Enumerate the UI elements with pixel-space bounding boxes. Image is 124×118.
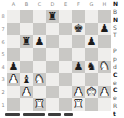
square-e6 xyxy=(59,35,72,48)
square-d8: ♜ xyxy=(46,10,59,23)
square-c5 xyxy=(33,48,46,61)
square-d1 xyxy=(46,98,59,111)
square-g3 xyxy=(85,73,98,86)
text-fragment-line: R xyxy=(113,102,124,110)
square-h3 xyxy=(98,73,111,86)
file-labels: ABCDEFGH xyxy=(7,0,111,9)
piece-white-rook: ♜ xyxy=(74,99,84,110)
square-d6 xyxy=(46,35,59,48)
piece-black-bishop: ♝ xyxy=(22,73,32,84)
square-e3 xyxy=(59,73,72,86)
square-g2: ♚ xyxy=(85,86,98,99)
square-a8 xyxy=(7,10,20,23)
piece-black-rook: ♜ xyxy=(22,36,32,47)
caption-blur-fragment xyxy=(23,113,45,116)
rank-labels: 87654321 xyxy=(0,10,6,111)
text-fragment-line: C xyxy=(113,86,124,94)
square-d7 xyxy=(46,23,59,36)
piece-white-pawn: ♟ xyxy=(22,86,32,97)
square-f8 xyxy=(72,10,85,23)
text-fragment-line xyxy=(113,39,124,47)
square-c3: ♞ xyxy=(33,73,46,86)
square-g4: ♞ xyxy=(85,61,98,74)
piece-white-pawn: ♟ xyxy=(74,86,84,97)
square-h8 xyxy=(98,10,111,23)
caption-blur-fragment xyxy=(48,113,61,116)
square-a1 xyxy=(7,98,20,111)
piece-white-knight: ♞ xyxy=(35,73,45,84)
square-h4: ♞ xyxy=(98,61,111,74)
text-fragment-line: p xyxy=(113,55,124,63)
square-h5 xyxy=(98,48,111,61)
text-fragment-line: T xyxy=(113,31,124,39)
rank-label-5: 5 xyxy=(0,48,6,61)
rank-label-4: 4 xyxy=(0,61,6,74)
text-fragment-line: S xyxy=(113,24,124,32)
square-e2 xyxy=(59,86,72,99)
piece-black-knight: ♞ xyxy=(87,61,97,72)
square-c7 xyxy=(33,23,46,36)
square-g8 xyxy=(85,10,98,23)
rank-label-3: 3 xyxy=(0,73,6,86)
square-e7 xyxy=(59,23,72,36)
square-d3 xyxy=(46,73,59,86)
file-label-a: A xyxy=(7,0,20,9)
square-d4 xyxy=(46,61,59,74)
piece-white-rook: ♜ xyxy=(35,99,45,110)
square-c2 xyxy=(33,86,46,99)
square-f2: ♟ xyxy=(72,86,85,99)
piece-black-pawn: ♟ xyxy=(100,23,110,34)
square-f5 xyxy=(72,48,85,61)
square-b7 xyxy=(20,23,33,36)
piece-white-knight: ♞ xyxy=(100,61,110,72)
square-c6: ♟ xyxy=(33,35,46,48)
square-g6: ♟ xyxy=(85,35,98,48)
square-d2 xyxy=(46,86,59,99)
square-h2: ♟ xyxy=(98,86,111,99)
page: ABCDEFGH 87654321 ♜♚♟♜♟♟♟♟♞♞♟♝♞♟♟♚♟♜♜ NB… xyxy=(0,0,124,118)
piece-black-pawn: ♟ xyxy=(35,36,45,47)
square-h7: ♟ xyxy=(98,23,111,36)
chess-board: ♜♚♟♜♟♟♟♟♞♞♟♝♞♟♟♚♟♜♜ xyxy=(7,10,111,111)
square-c1: ♜ xyxy=(33,98,46,111)
rank-label-8: 8 xyxy=(0,10,6,23)
square-h1 xyxy=(98,98,111,111)
square-f4: ♟ xyxy=(72,61,85,74)
rank-label-6: 6 xyxy=(0,35,6,48)
text-fragment-line: P xyxy=(113,47,124,55)
square-e5 xyxy=(59,48,72,61)
square-b2: ♟ xyxy=(20,86,33,99)
square-a7 xyxy=(7,23,20,36)
caption-blur-fragment xyxy=(64,113,73,116)
file-label-f: F xyxy=(72,0,85,9)
square-e8 xyxy=(59,10,72,23)
right-text-column-cropped: NBNSTPpdCeCeRt xyxy=(113,0,124,118)
piece-black-pawn: ♟ xyxy=(87,36,97,47)
square-f3 xyxy=(72,73,85,86)
text-fragment-line: t xyxy=(113,110,124,118)
file-label-d: D xyxy=(46,0,59,9)
square-e4 xyxy=(59,61,72,74)
square-a4: ♟ xyxy=(7,61,20,74)
square-a5 xyxy=(7,48,20,61)
rank-label-7: 7 xyxy=(0,23,6,36)
square-f1: ♜ xyxy=(72,98,85,111)
square-c4 xyxy=(33,61,46,74)
file-label-b: B xyxy=(20,0,33,9)
square-d5 xyxy=(46,48,59,61)
square-b5 xyxy=(20,48,33,61)
piece-black-rook: ♜ xyxy=(48,10,58,21)
text-fragment-line: d xyxy=(113,63,124,71)
text-fragment-line: e xyxy=(113,94,124,102)
piece-white-king: ♚ xyxy=(87,86,97,97)
square-b1 xyxy=(20,98,33,111)
bottom-caption-cropped xyxy=(5,113,110,118)
square-f7: ♚ xyxy=(72,23,85,36)
square-e1 xyxy=(59,98,72,111)
text-fragment-line: N xyxy=(113,0,124,8)
piece-black-pawn: ♟ xyxy=(9,61,19,72)
rank-label-1: 1 xyxy=(0,98,6,111)
file-label-g: G xyxy=(85,0,98,9)
text-fragment-line: B xyxy=(113,8,124,16)
square-g1 xyxy=(85,98,98,111)
square-b6: ♜ xyxy=(20,35,33,48)
file-label-c: C xyxy=(33,0,46,9)
square-g7 xyxy=(85,23,98,36)
square-h6 xyxy=(98,35,111,48)
text-fragment-line: C xyxy=(113,71,124,79)
square-b8 xyxy=(20,10,33,23)
square-b4 xyxy=(20,61,33,74)
piece-black-pawn: ♟ xyxy=(74,61,84,72)
square-f6 xyxy=(72,35,85,48)
piece-white-pawn: ♟ xyxy=(9,73,19,84)
caption-blur-fragment xyxy=(5,113,20,116)
square-a2 xyxy=(7,86,20,99)
square-a3: ♟ xyxy=(7,73,20,86)
text-fragment-line: e xyxy=(113,79,124,87)
file-label-e: E xyxy=(59,0,72,9)
square-a6 xyxy=(7,35,20,48)
square-c8 xyxy=(33,10,46,23)
square-b3: ♝ xyxy=(20,73,33,86)
file-label-h: H xyxy=(98,0,111,9)
rank-label-2: 2 xyxy=(0,86,6,99)
piece-white-pawn: ♟ xyxy=(100,86,110,97)
piece-black-king: ♚ xyxy=(74,23,84,34)
square-g5 xyxy=(85,48,98,61)
text-fragment-line: N xyxy=(113,16,124,24)
